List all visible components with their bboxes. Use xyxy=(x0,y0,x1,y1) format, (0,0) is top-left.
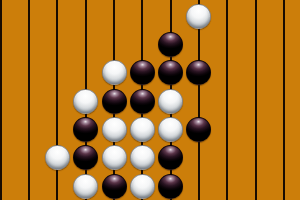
white-stone[interactable] xyxy=(102,60,127,85)
black-stone[interactable] xyxy=(73,117,98,142)
grid-vline xyxy=(226,0,228,200)
black-stone[interactable] xyxy=(186,117,211,142)
black-stone[interactable] xyxy=(186,60,211,85)
black-stone[interactable] xyxy=(158,60,183,85)
white-stone[interactable] xyxy=(73,89,98,114)
go-board[interactable] xyxy=(0,0,300,200)
white-stone[interactable] xyxy=(158,117,183,142)
white-stone[interactable] xyxy=(102,117,127,142)
black-stone[interactable] xyxy=(158,145,183,170)
black-stone[interactable] xyxy=(102,89,127,114)
white-stone[interactable] xyxy=(186,4,211,29)
black-stone[interactable] xyxy=(130,89,155,114)
grid-vline xyxy=(283,0,285,200)
grid-vline xyxy=(198,0,200,200)
white-stone[interactable] xyxy=(130,145,155,170)
grid-hline xyxy=(0,11,300,14)
white-stone[interactable] xyxy=(102,145,127,170)
black-stone[interactable] xyxy=(130,60,155,85)
grid-vline xyxy=(0,0,2,200)
black-stone[interactable] xyxy=(102,174,127,199)
white-stone[interactable] xyxy=(45,145,70,170)
grid-vline xyxy=(28,0,30,200)
black-stone[interactable] xyxy=(158,32,183,57)
black-stone[interactable] xyxy=(73,145,98,170)
white-stone[interactable] xyxy=(130,174,155,199)
white-stone[interactable] xyxy=(73,174,98,199)
white-stone[interactable] xyxy=(130,117,155,142)
black-stone[interactable] xyxy=(158,174,183,199)
white-stone[interactable] xyxy=(158,89,183,114)
grid-hline xyxy=(0,40,300,43)
grid-vline xyxy=(255,0,257,200)
